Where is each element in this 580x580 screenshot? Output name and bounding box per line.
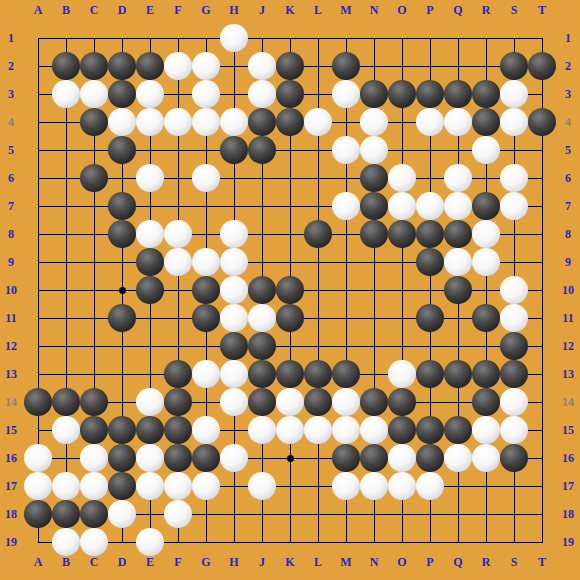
white-stone-H10 [220,276,248,304]
black-stone-D16 [108,444,136,472]
black-stone-K10 [276,276,304,304]
white-stone-G17 [192,472,220,500]
black-stone-S2 [500,52,528,80]
white-stone-M3 [332,80,360,108]
white-stone-B3 [52,80,80,108]
column-label-R: R [476,3,496,18]
row-label-1: 1 [0,30,22,46]
black-stone-C15 [80,416,108,444]
white-stone-B17 [52,472,80,500]
white-stone-L4 [304,108,332,136]
black-stone-O15 [388,416,416,444]
black-stone-B18 [52,500,80,528]
row-label-7: 7 [557,198,579,214]
white-stone-H1 [220,24,248,52]
row-label-9: 9 [557,254,579,270]
row-label-17: 17 [557,478,579,494]
black-stone-C4 [80,108,108,136]
black-stone-R14 [472,388,500,416]
black-stone-S12 [500,332,528,360]
black-stone-Q13 [444,360,472,388]
white-stone-C3 [80,80,108,108]
black-stone-K11 [276,304,304,332]
black-stone-A14 [24,388,52,416]
black-stone-G16 [192,444,220,472]
row-label-7: 7 [0,198,22,214]
white-stone-A17 [24,472,52,500]
row-label-9: 9 [0,254,22,270]
row-label-19: 19 [0,534,22,550]
white-stone-E19 [136,528,164,556]
row-label-15: 15 [557,422,579,438]
black-stone-D17 [108,472,136,500]
black-stone-P15 [416,416,444,444]
black-stone-T2 [528,52,556,80]
black-stone-O8 [388,220,416,248]
black-stone-P3 [416,80,444,108]
column-label-G: G [196,3,216,18]
black-stone-G10 [192,276,220,304]
black-stone-N8 [360,220,388,248]
white-stone-G6 [192,164,220,192]
black-stone-J12 [248,332,276,360]
white-stone-M17 [332,472,360,500]
black-stone-C14 [80,388,108,416]
black-stone-B14 [52,388,80,416]
column-label-B: B [56,3,76,18]
white-stone-H8 [220,220,248,248]
white-stone-R15 [472,416,500,444]
black-stone-Q3 [444,80,472,108]
black-stone-Q8 [444,220,472,248]
column-label-C: C [84,3,104,18]
white-stone-H11 [220,304,248,332]
column-label-D: D [112,3,132,18]
black-stone-R11 [472,304,500,332]
column-label-H: H [224,555,244,570]
black-stone-O3 [388,80,416,108]
black-stone-P13 [416,360,444,388]
white-stone-H14 [220,388,248,416]
black-stone-J10 [248,276,276,304]
white-stone-J17 [248,472,276,500]
column-label-S: S [504,3,524,18]
white-stone-L15 [304,416,332,444]
black-stone-J13 [248,360,276,388]
white-stone-K15 [276,416,304,444]
white-stone-E4 [136,108,164,136]
white-stone-S10 [500,276,528,304]
row-label-16: 16 [557,450,579,466]
black-stone-P16 [416,444,444,472]
black-stone-K4 [276,108,304,136]
white-stone-S14 [500,388,528,416]
white-stone-S6 [500,164,528,192]
white-stone-S15 [500,416,528,444]
row-label-5: 5 [0,142,22,158]
white-stone-E3 [136,80,164,108]
row-label-12: 12 [0,338,22,354]
black-stone-T4 [528,108,556,136]
black-stone-P8 [416,220,444,248]
row-label-14: 14 [557,394,579,410]
row-label-19: 19 [557,534,579,550]
black-stone-N14 [360,388,388,416]
black-stone-E10 [136,276,164,304]
white-stone-O13 [388,360,416,388]
black-stone-D7 [108,192,136,220]
white-stone-S7 [500,192,528,220]
white-stone-P4 [416,108,444,136]
column-label-G: G [196,555,216,570]
black-stone-S13 [500,360,528,388]
white-stone-J11 [248,304,276,332]
row-label-13: 13 [557,366,579,382]
white-stone-K14 [276,388,304,416]
black-stone-C18 [80,500,108,528]
column-label-A: A [28,555,48,570]
row-label-17: 17 [0,478,22,494]
column-label-F: F [168,3,188,18]
black-stone-F13 [164,360,192,388]
white-stone-S11 [500,304,528,332]
white-stone-F4 [164,108,192,136]
white-stone-G9 [192,248,220,276]
column-label-B: B [56,555,76,570]
white-stone-E14 [136,388,164,416]
white-stone-J2 [248,52,276,80]
black-stone-P11 [416,304,444,332]
black-stone-R7 [472,192,500,220]
white-stone-R9 [472,248,500,276]
row-label-2: 2 [557,58,579,74]
column-label-E: E [140,555,160,570]
black-stone-D5 [108,136,136,164]
row-label-18: 18 [557,506,579,522]
white-stone-J15 [248,416,276,444]
row-label-1: 1 [557,30,579,46]
white-stone-D4 [108,108,136,136]
white-stone-H13 [220,360,248,388]
column-label-N: N [364,3,384,18]
black-stone-Q10 [444,276,472,304]
white-stone-S4 [500,108,528,136]
white-stone-M7 [332,192,360,220]
black-stone-E9 [136,248,164,276]
white-stone-G4 [192,108,220,136]
column-label-M: M [336,3,356,18]
column-label-E: E [140,3,160,18]
white-stone-F8 [164,220,192,248]
black-stone-A18 [24,500,52,528]
white-stone-H16 [220,444,248,472]
black-stone-L8 [304,220,332,248]
row-label-18: 18 [0,506,22,522]
row-label-10: 10 [0,282,22,298]
black-stone-N6 [360,164,388,192]
white-stone-O6 [388,164,416,192]
column-label-L: L [308,3,328,18]
star-point-K16 [287,455,294,462]
white-stone-E6 [136,164,164,192]
white-stone-N17 [360,472,388,500]
black-stone-G11 [192,304,220,332]
column-label-D: D [112,555,132,570]
white-stone-S3 [500,80,528,108]
row-label-6: 6 [557,170,579,186]
white-stone-Q4 [444,108,472,136]
white-stone-O16 [388,444,416,472]
black-stone-F16 [164,444,192,472]
go-app-window: ABCDEFGHJKLMNOPQRST ABCDEFGHJKLMNOPQRST … [0,0,580,580]
white-stone-O17 [388,472,416,500]
white-stone-Q16 [444,444,472,472]
black-stone-E2 [136,52,164,80]
black-stone-F15 [164,416,192,444]
column-label-N: N [364,555,384,570]
black-stone-C6 [80,164,108,192]
white-stone-R16 [472,444,500,472]
row-label-13: 13 [0,366,22,382]
white-stone-Q6 [444,164,472,192]
column-label-P: P [420,3,440,18]
white-stone-E17 [136,472,164,500]
white-stone-C17 [80,472,108,500]
black-stone-F14 [164,388,192,416]
black-stone-Q15 [444,416,472,444]
white-stone-O7 [388,192,416,220]
white-stone-Q7 [444,192,472,220]
white-stone-N4 [360,108,388,136]
column-label-P: P [420,555,440,570]
row-label-10: 10 [557,282,579,298]
row-label-14: 14 [0,394,22,410]
white-stone-F17 [164,472,192,500]
column-label-Q: Q [448,3,468,18]
white-stone-R8 [472,220,500,248]
white-stone-P17 [416,472,444,500]
column-label-C: C [84,555,104,570]
white-stone-J3 [248,80,276,108]
column-label-S: S [504,555,524,570]
white-stone-G13 [192,360,220,388]
white-stone-D18 [108,500,136,528]
white-stone-E16 [136,444,164,472]
row-label-11: 11 [0,310,22,326]
white-stone-C16 [80,444,108,472]
white-stone-M5 [332,136,360,164]
column-label-T: T [532,555,552,570]
white-stone-C19 [80,528,108,556]
black-stone-E15 [136,416,164,444]
column-label-J: J [252,3,272,18]
black-stone-R13 [472,360,500,388]
white-stone-A16 [24,444,52,472]
star-point-D10 [119,287,126,294]
row-label-6: 6 [0,170,22,186]
black-stone-H12 [220,332,248,360]
black-stone-B2 [52,52,80,80]
black-stone-N3 [360,80,388,108]
black-stone-R4 [472,108,500,136]
black-stone-K2 [276,52,304,80]
row-label-12: 12 [557,338,579,354]
black-stone-M13 [332,360,360,388]
white-stone-E8 [136,220,164,248]
white-stone-N5 [360,136,388,164]
white-stone-B15 [52,416,80,444]
row-label-8: 8 [557,226,579,242]
column-label-A: A [28,3,48,18]
black-stone-O14 [388,388,416,416]
black-stone-H5 [220,136,248,164]
white-stone-H9 [220,248,248,276]
black-stone-L13 [304,360,332,388]
row-label-4: 4 [557,114,579,130]
white-stone-M15 [332,416,360,444]
column-label-H: H [224,3,244,18]
row-label-4: 4 [0,114,22,130]
white-stone-N15 [360,416,388,444]
column-label-R: R [476,555,496,570]
black-stone-C2 [80,52,108,80]
black-stone-J5 [248,136,276,164]
black-stone-N7 [360,192,388,220]
white-stone-G3 [192,80,220,108]
white-stone-F9 [164,248,192,276]
white-stone-G2 [192,52,220,80]
column-label-L: L [308,555,328,570]
white-stone-P7 [416,192,444,220]
column-label-O: O [392,3,412,18]
black-stone-J4 [248,108,276,136]
black-stone-D8 [108,220,136,248]
black-stone-R3 [472,80,500,108]
row-label-3: 3 [0,86,22,102]
go-board[interactable] [24,24,556,556]
black-stone-D11 [108,304,136,332]
white-stone-G15 [192,416,220,444]
black-stone-J14 [248,388,276,416]
black-stone-M16 [332,444,360,472]
black-stone-K3 [276,80,304,108]
row-label-3: 3 [557,86,579,102]
column-label-M: M [336,555,356,570]
white-stone-F2 [164,52,192,80]
black-stone-S16 [500,444,528,472]
black-stone-N16 [360,444,388,472]
black-stone-M2 [332,52,360,80]
white-stone-Q9 [444,248,472,276]
white-stone-H4 [220,108,248,136]
column-label-K: K [280,555,300,570]
white-stone-R5 [472,136,500,164]
row-label-11: 11 [557,310,579,326]
black-stone-D3 [108,80,136,108]
black-stone-D2 [108,52,136,80]
row-label-16: 16 [0,450,22,466]
black-stone-D15 [108,416,136,444]
black-stone-L14 [304,388,332,416]
row-label-5: 5 [557,142,579,158]
column-label-K: K [280,3,300,18]
white-stone-B19 [52,528,80,556]
column-label-O: O [392,555,412,570]
column-label-J: J [252,555,272,570]
row-label-2: 2 [0,58,22,74]
column-label-Q: Q [448,555,468,570]
column-label-F: F [168,555,188,570]
column-label-T: T [532,3,552,18]
white-stone-M14 [332,388,360,416]
white-stone-F18 [164,500,192,528]
black-stone-K13 [276,360,304,388]
row-label-15: 15 [0,422,22,438]
row-label-8: 8 [0,226,22,242]
black-stone-P9 [416,248,444,276]
